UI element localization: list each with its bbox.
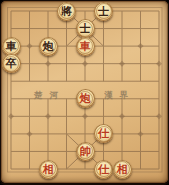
piece-label: 仕: [98, 163, 109, 174]
point-marker: [138, 131, 144, 137]
point-marker: [8, 113, 14, 119]
piece-red-elephant[interactable]: 相: [39, 160, 58, 179]
point-marker: [27, 131, 33, 137]
piece-label: 相: [43, 163, 54, 174]
piece-black-cannon[interactable]: 炮: [39, 37, 58, 56]
river-label-right: 漢界: [104, 90, 135, 102]
piece-label: 士: [80, 23, 91, 34]
piece-black-general[interactable]: 將: [57, 2, 76, 21]
piece-red-chariot[interactable]: 車: [76, 37, 95, 56]
piece-black-advisor[interactable]: 士: [76, 19, 95, 38]
piece-red-cannon[interactable]: 炮: [76, 89, 95, 108]
point-marker: [45, 113, 51, 119]
piece-label: 卒: [6, 58, 17, 69]
point-marker: [27, 43, 33, 49]
piece-label: 炮: [43, 40, 54, 51]
piece-label: 帥: [80, 145, 91, 156]
point-marker: [119, 113, 125, 119]
piece-red-advisor[interactable]: 仕: [94, 160, 113, 179]
point-marker: [82, 113, 88, 119]
xiangqi-board: 楚河 漢界 將士士車炮卒車炮仕帥相仕相: [1, 1, 168, 183]
piece-red-general[interactable]: 帥: [76, 142, 95, 161]
piece-label: 仕: [98, 128, 109, 139]
point-marker: [45, 61, 51, 67]
piece-label: 炮: [80, 93, 91, 104]
piece-black-soldier[interactable]: 卒: [2, 54, 21, 73]
point-marker: [156, 113, 162, 119]
screen: 楚河 漢界 將士士車炮卒車炮仕帥相仕相: [0, 0, 169, 185]
river-label-left: 楚河: [34, 90, 65, 102]
piece-label: 車: [80, 40, 91, 51]
piece-label: 將: [61, 5, 72, 16]
piece-label: 車: [6, 40, 17, 51]
piece-label: 士: [98, 5, 109, 16]
piece-black-chariot[interactable]: 車: [2, 37, 21, 56]
piece-black-advisor[interactable]: 士: [94, 2, 113, 21]
point-marker: [156, 61, 162, 67]
point-marker: [82, 61, 88, 67]
point-marker: [119, 61, 125, 67]
piece-label: 相: [117, 163, 128, 174]
piece-red-elephant[interactable]: 相: [113, 160, 132, 179]
point-marker: [138, 43, 144, 49]
